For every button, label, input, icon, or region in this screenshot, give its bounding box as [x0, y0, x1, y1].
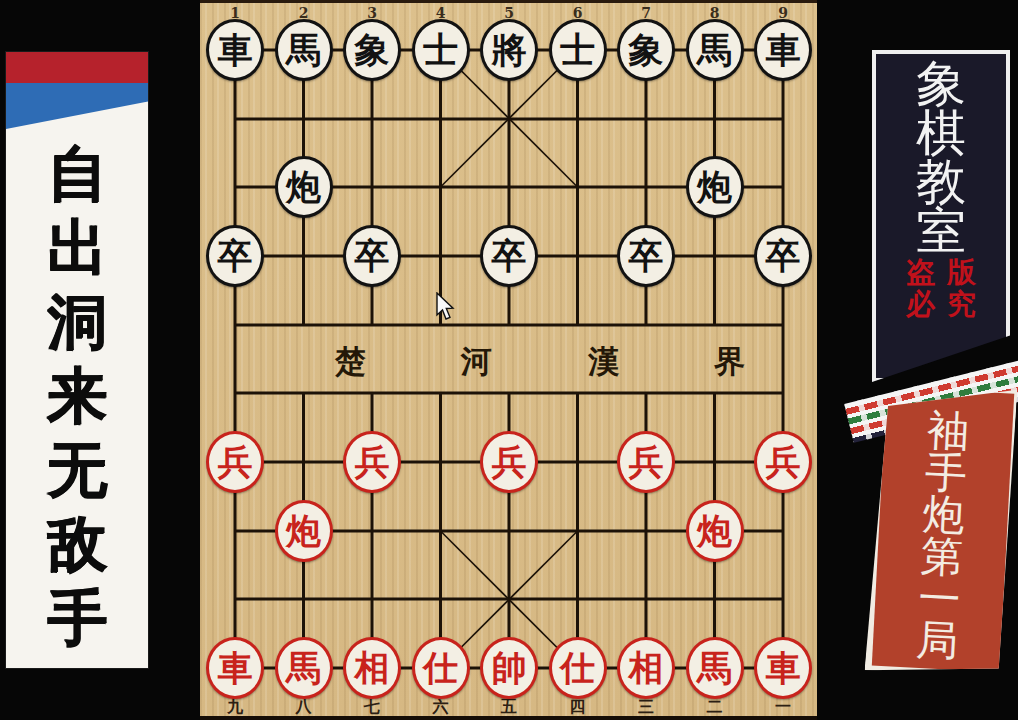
banner-character: 敌 — [47, 506, 107, 580]
classroom-banner: 象棋教室 盗版 必究 — [872, 50, 1010, 382]
river-label-right: 漢 界 — [588, 341, 787, 383]
piece-red-soldier[interactable]: 兵 — [617, 431, 675, 493]
piece-red-elephant[interactable]: 相 — [343, 637, 401, 699]
piece-red-chariot[interactable]: 車 — [206, 637, 264, 699]
piece-black-elephant[interactable]: 象 — [343, 19, 401, 81]
mouse-cursor-icon — [436, 292, 458, 324]
file-cjk-label: 九 — [227, 697, 243, 718]
piece-red-advisor[interactable]: 仕 — [412, 637, 470, 699]
piece-black-soldier[interactable]: 卒 — [206, 225, 264, 287]
file-cjk-label: 六 — [433, 697, 449, 718]
banner-character: 出 — [47, 210, 107, 284]
banner-character: 手 — [47, 580, 107, 654]
banner-character: 局 — [915, 619, 959, 663]
piece-black-advisor[interactable]: 士 — [412, 19, 470, 81]
banner-character: 无 — [47, 432, 107, 506]
banner-red-stripe — [6, 52, 148, 83]
piece-black-general[interactable]: 將 — [480, 19, 538, 81]
piece-black-soldier[interactable]: 卒 — [343, 225, 401, 287]
piece-black-cannon[interactable]: 炮 — [275, 156, 333, 218]
file-cjk-label: 四 — [570, 697, 586, 718]
classroom-title-vertical: 象棋教室 — [876, 60, 1006, 256]
file-cjk-label: 二 — [707, 697, 723, 718]
banner-character: 自 — [47, 136, 107, 210]
piracy-warning-line1: 盗版 — [876, 256, 1006, 288]
banner-character: 象 — [916, 60, 966, 109]
banner-character: 来 — [47, 358, 107, 432]
book-title-vertical: 自出洞来无敌手 — [6, 136, 148, 654]
piece-black-soldier[interactable]: 卒 — [754, 225, 812, 287]
piece-black-advisor[interactable]: 士 — [549, 19, 607, 81]
piece-black-cannon[interactable]: 炮 — [686, 156, 744, 218]
file-cjk-label: 一 — [775, 697, 791, 718]
piece-black-chariot[interactable]: 車 — [754, 19, 812, 81]
piece-red-horse[interactable]: 馬 — [686, 637, 744, 699]
file-cjk-label: 八 — [296, 697, 312, 718]
piece-black-soldier[interactable]: 卒 — [480, 225, 538, 287]
piece-red-cannon[interactable]: 炮 — [686, 500, 744, 562]
banner-character: 教 — [916, 158, 966, 207]
piece-red-soldier[interactable]: 兵 — [343, 431, 401, 493]
opening-title-vertical: 袖手炮第一局 — [872, 407, 1013, 665]
piece-red-soldier[interactable]: 兵 — [480, 431, 538, 493]
opening-banner: 袖手炮第一局 — [865, 383, 1018, 678]
piece-red-advisor[interactable]: 仕 — [549, 637, 607, 699]
piece-black-horse[interactable]: 馬 — [275, 19, 333, 81]
piece-black-horse[interactable]: 馬 — [686, 19, 744, 81]
piece-red-soldier[interactable]: 兵 — [754, 431, 812, 493]
banner-character: 室 — [916, 207, 966, 256]
piece-red-general[interactable]: 帥 — [480, 637, 538, 699]
piece-red-cannon[interactable]: 炮 — [275, 500, 333, 562]
xiangqi-board[interactable]: 123456789 九八七六五四三二一 楚 河 漢 界 車馬象士將士象馬車炮炮卒… — [200, 0, 817, 720]
piece-red-elephant[interactable]: 相 — [617, 637, 675, 699]
piece-black-chariot[interactable]: 車 — [206, 19, 264, 81]
video-frame: 123456789 九八七六五四三二一 楚 河 漢 界 車馬象士將士象馬車炮炮卒… — [0, 0, 1018, 720]
banner-blue-stripe — [6, 83, 148, 129]
piece-red-chariot[interactable]: 車 — [754, 637, 812, 699]
opening-banner-panel: 袖手炮第一局 — [872, 387, 1014, 672]
file-cjk-label: 七 — [364, 697, 380, 718]
piece-red-horse[interactable]: 馬 — [275, 637, 333, 699]
piece-black-soldier[interactable]: 卒 — [617, 225, 675, 287]
piracy-warning-line2: 必究 — [876, 288, 1006, 320]
river-label-left: 楚 河 — [335, 341, 534, 383]
piece-red-soldier[interactable]: 兵 — [206, 431, 264, 493]
file-cjk-label: 三 — [638, 697, 654, 718]
piece-black-elephant[interactable]: 象 — [617, 19, 675, 81]
banner-character: 棋 — [916, 109, 966, 158]
banner-character: 洞 — [47, 284, 107, 358]
left-title-banner: 自出洞来无敌手 — [6, 52, 148, 668]
file-cjk-label: 五 — [501, 697, 517, 718]
